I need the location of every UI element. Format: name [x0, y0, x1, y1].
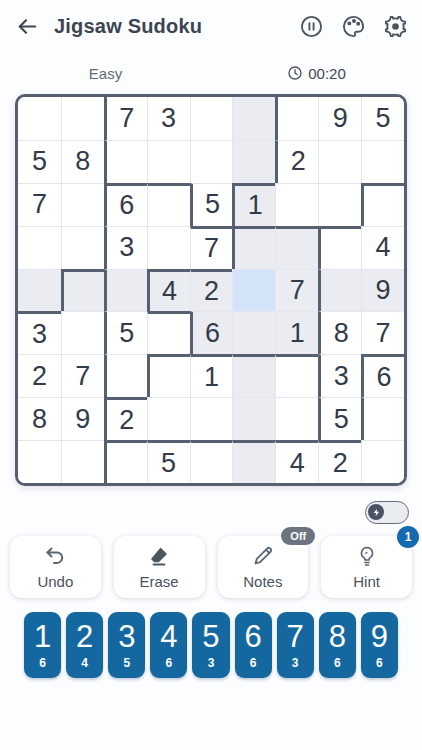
- cell-r2c3[interactable]: [147, 183, 190, 226]
- cell-r1c2[interactable]: [104, 140, 147, 183]
- numpad-button-3[interactable]: 35: [108, 612, 145, 678]
- numpad-remaining-count: 6: [334, 656, 341, 670]
- numpad-button-7[interactable]: 73: [277, 612, 314, 678]
- cell-r8c7[interactable]: 2: [318, 440, 361, 483]
- numpad-button-6[interactable]: 66: [235, 612, 272, 678]
- back-arrow-icon[interactable]: [14, 13, 40, 39]
- cell-r4c2[interactable]: [104, 269, 147, 312]
- hint-count-badge: 1: [397, 526, 419, 548]
- cell-r3c0[interactable]: [18, 226, 61, 269]
- cell-r3c3[interactable]: [147, 226, 190, 269]
- cell-r8c1[interactable]: [61, 440, 104, 483]
- numpad-digit: 9: [371, 621, 388, 654]
- cell-r2c8[interactable]: [361, 183, 404, 226]
- cell-r6c6[interactable]: [275, 354, 318, 397]
- numpad-remaining-count: 6: [376, 656, 383, 670]
- lightbulb-icon: [355, 544, 379, 568]
- numpad-button-4[interactable]: 46: [150, 612, 187, 678]
- cell-r1c5[interactable]: [232, 140, 275, 183]
- numpad-remaining-count: 5: [123, 656, 130, 670]
- cell-r6c1[interactable]: 7: [61, 354, 104, 397]
- palette-icon[interactable]: [341, 14, 366, 39]
- cell-r0c3[interactable]: 3: [147, 97, 190, 140]
- numpad-digit: 7: [287, 621, 304, 654]
- notes-status-badge: Off: [281, 527, 315, 545]
- cell-r4c8[interactable]: 9: [361, 269, 404, 312]
- cell-r6c2[interactable]: [104, 354, 147, 397]
- undo-label: Undo: [37, 573, 73, 590]
- cell-r0c8[interactable]: 5: [361, 97, 404, 140]
- cell-r8c4[interactable]: [190, 440, 233, 483]
- status-row: Easy 00:20: [0, 60, 422, 86]
- toggle-row: [0, 501, 422, 524]
- numpad-button-8[interactable]: 86: [319, 612, 356, 678]
- cell-r2c6[interactable]: [275, 183, 318, 226]
- cell-r0c2[interactable]: 7: [104, 97, 147, 140]
- page-title: Jigsaw Sudoku: [54, 15, 285, 38]
- hint-button[interactable]: 1 Hint: [321, 536, 412, 598]
- cell-r6c7[interactable]: 3: [318, 354, 361, 397]
- cell-r1c1[interactable]: 8: [61, 140, 104, 183]
- cell-r2c2[interactable]: 6: [104, 183, 147, 226]
- numpad-digit: 6: [244, 621, 261, 654]
- cell-r1c8[interactable]: [361, 140, 404, 183]
- numpad-button-5[interactable]: 53: [192, 612, 229, 678]
- cell-r2c7[interactable]: [318, 183, 361, 226]
- cell-r7c6[interactable]: [275, 397, 318, 440]
- cell-r6c0[interactable]: 2: [18, 354, 61, 397]
- cell-r5c7[interactable]: 8: [318, 311, 361, 354]
- cell-r0c4[interactable]: [190, 97, 233, 140]
- cell-r0c6[interactable]: [275, 97, 318, 140]
- cell-r8c6[interactable]: 4: [275, 440, 318, 483]
- numpad-digit: 2: [76, 621, 93, 654]
- numpad-remaining-count: 3: [292, 656, 299, 670]
- cell-r5c6[interactable]: 1: [275, 311, 318, 354]
- erase-button[interactable]: Erase: [114, 536, 205, 598]
- cell-r3c1[interactable]: [61, 226, 104, 269]
- numpad-remaining-count: 3: [208, 656, 215, 670]
- cell-r6c8[interactable]: 6: [361, 354, 404, 397]
- cell-r3c8[interactable]: 4: [361, 226, 404, 269]
- cell-r8c5[interactable]: [232, 440, 275, 483]
- cell-r1c4[interactable]: [190, 140, 233, 183]
- toolbar: Undo Erase Off Notes 1 Hint: [0, 536, 422, 598]
- cell-r6c4[interactable]: 1: [190, 354, 233, 397]
- cell-r3c7[interactable]: [318, 226, 361, 269]
- cell-r2c1[interactable]: [61, 183, 104, 226]
- cell-r5c8[interactable]: 7: [361, 311, 404, 354]
- lightning-icon: [368, 504, 384, 520]
- numpad-remaining-count: 6: [166, 656, 173, 670]
- cell-r8c8[interactable]: [361, 440, 404, 483]
- cell-r4c5[interactable]: [232, 269, 275, 312]
- cell-r4c3[interactable]: 4: [147, 269, 190, 312]
- cell-r3c4[interactable]: 7: [190, 226, 233, 269]
- cell-r0c5[interactable]: [232, 97, 275, 140]
- cell-r7c3[interactable]: [147, 397, 190, 440]
- app-root: Jigsaw Sudoku Easy: [0, 0, 422, 750]
- header-actions: [299, 14, 408, 39]
- cell-r5c5[interactable]: [232, 311, 275, 354]
- difficulty-label: Easy: [89, 65, 122, 82]
- cell-r8c0[interactable]: [18, 440, 61, 483]
- quick-mode-toggle[interactable]: [365, 501, 409, 524]
- timer-wrap: 00:20: [211, 65, 422, 82]
- cell-r4c6[interactable]: 7: [275, 269, 318, 312]
- cell-r5c1[interactable]: [61, 311, 104, 354]
- numpad-digit: 1: [34, 621, 51, 654]
- cell-r5c3[interactable]: [147, 311, 190, 354]
- cell-r2c4[interactable]: 5: [190, 183, 233, 226]
- cell-r0c0[interactable]: [18, 97, 61, 140]
- cell-r3c2[interactable]: 3: [104, 226, 147, 269]
- timer-value: 00:20: [308, 65, 346, 82]
- cell-r4c4[interactable]: 2: [190, 269, 233, 312]
- numpad-remaining-count: 4: [81, 656, 88, 670]
- cell-r8c3[interactable]: 5: [147, 440, 190, 483]
- clock-icon: [287, 65, 303, 81]
- cell-r2c0[interactable]: 7: [18, 183, 61, 226]
- hint-label: Hint: [353, 573, 380, 590]
- numpad-digit: 5: [202, 621, 219, 654]
- numpad-button-2[interactable]: 24: [66, 612, 103, 678]
- undo-arrow-icon: [43, 544, 67, 568]
- cell-r3c5[interactable]: [232, 226, 275, 269]
- cell-r2c5[interactable]: 1: [232, 183, 275, 226]
- cell-r0c7[interactable]: 9: [318, 97, 361, 140]
- cell-r4c0[interactable]: [18, 269, 61, 312]
- erase-label: Erase: [140, 573, 179, 590]
- notes-button[interactable]: Off Notes: [218, 536, 309, 598]
- numpad-digit: 4: [160, 621, 177, 654]
- sudoku-board: 739558276513744279356187271368925542: [15, 94, 407, 486]
- numpad-digit: 8: [329, 621, 346, 654]
- header: Jigsaw Sudoku: [0, 0, 422, 52]
- numpad-button-9[interactable]: 96: [361, 612, 398, 678]
- cell-r7c8[interactable]: [361, 397, 404, 440]
- cell-r1c3[interactable]: [147, 140, 190, 183]
- pencil-icon: [251, 544, 275, 568]
- numpad-remaining-count: 6: [39, 656, 46, 670]
- cell-r5c2[interactable]: 5: [104, 311, 147, 354]
- numpad-button-1[interactable]: 16: [24, 612, 61, 678]
- cell-r7c4[interactable]: [190, 397, 233, 440]
- undo-button[interactable]: Undo: [10, 536, 101, 598]
- cell-r6c3[interactable]: [147, 354, 190, 397]
- cell-r1c6[interactable]: 2: [275, 140, 318, 183]
- cell-r0c1[interactable]: [61, 97, 104, 140]
- numpad: 162435465366738696: [0, 612, 422, 678]
- notes-label: Notes: [243, 573, 282, 590]
- cell-r7c0[interactable]: 8: [18, 397, 61, 440]
- difficulty-wrap: Easy: [0, 65, 211, 82]
- cell-r8c2[interactable]: [104, 440, 147, 483]
- cell-r7c7[interactable]: 5: [318, 397, 361, 440]
- cell-r4c1[interactable]: [61, 269, 104, 312]
- cell-r4c7[interactable]: [318, 269, 361, 312]
- pause-icon[interactable]: [299, 14, 324, 39]
- eraser-icon: [147, 544, 171, 568]
- cell-r3c6[interactable]: [275, 226, 318, 269]
- cell-r1c7[interactable]: [318, 140, 361, 183]
- numpad-remaining-count: 6: [250, 656, 257, 670]
- cell-r6c5[interactable]: [232, 354, 275, 397]
- cell-r1c0[interactable]: 5: [18, 140, 61, 183]
- cell-r7c5[interactable]: [232, 397, 275, 440]
- cell-r7c2[interactable]: 2: [104, 397, 147, 440]
- numpad-digit: 3: [118, 621, 135, 654]
- settings-gear-icon[interactable]: [383, 14, 408, 39]
- cell-r5c0[interactable]: 3: [18, 311, 61, 354]
- cell-r5c4[interactable]: 6: [190, 311, 233, 354]
- cell-r7c1[interactable]: 9: [61, 397, 104, 440]
